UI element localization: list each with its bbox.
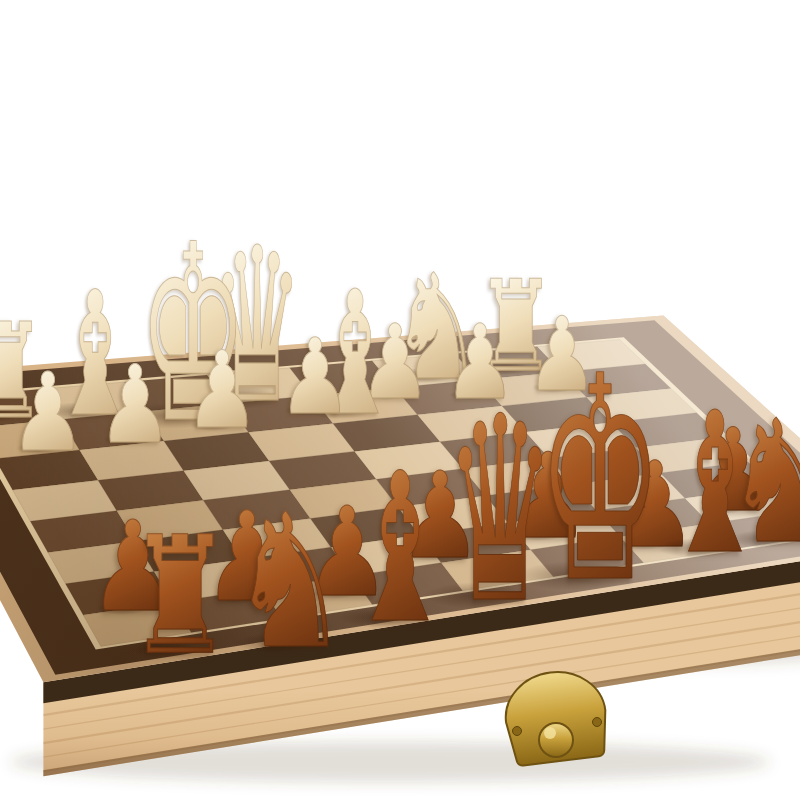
chess-set-photo: ♜♟♝♟♚♟♛♟♝♟♞♟♜♟♟♜♟♞♟♝♛♟♚♟♝♟♞♟ [0, 0, 800, 800]
clasp-screw-right [593, 718, 602, 727]
chess-board [0, 0, 800, 800]
clasp-screw-left [513, 727, 522, 736]
clasp-knob [539, 723, 573, 757]
